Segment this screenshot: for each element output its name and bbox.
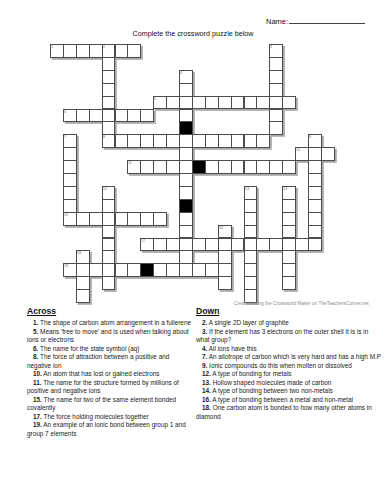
down-clue: 2. A single 2D layer of graphite [196, 319, 382, 328]
grid-cell[interactable] [269, 44, 283, 58]
grid-cell[interactable] [127, 263, 141, 277]
grid-cell[interactable] [127, 109, 141, 123]
black-cell [192, 160, 206, 174]
grid-cell[interactable] [295, 147, 309, 161]
grid-cell[interactable] [63, 44, 77, 58]
grid-cell[interactable] [179, 225, 193, 239]
grid-cell[interactable] [63, 212, 77, 226]
grid-cell[interactable] [89, 44, 103, 58]
grid-cell[interactable] [179, 173, 193, 187]
grid-cell[interactable] [256, 96, 270, 110]
grid-cell[interactable] [192, 96, 206, 110]
grid-cell[interactable] [179, 109, 193, 123]
across-clues-section: Across 1. The shape of carbon atom arran… [27, 306, 195, 438]
grid-cell[interactable] [192, 134, 206, 148]
grid-cell[interactable] [76, 263, 90, 277]
grid-cell[interactable] [218, 263, 232, 277]
across-clue: 11. The name for the structure formed by… [27, 379, 195, 396]
across-heading: Across [27, 306, 195, 316]
grid-cell[interactable] [63, 109, 77, 123]
grid-cell[interactable] [63, 160, 77, 174]
grid-cell[interactable] [50, 44, 64, 58]
black-cell [140, 263, 154, 277]
down-clue: 13. Hollow shaped molecules made of carb… [196, 379, 382, 388]
grid-cell[interactable] [282, 186, 296, 200]
grid-cell[interactable] [127, 44, 141, 58]
down-clue: 14. A type of bonding between two non-me… [196, 387, 382, 396]
grid-cell[interactable] [244, 263, 258, 277]
grid-cell[interactable] [282, 160, 296, 174]
grid-cell[interactable] [244, 250, 258, 264]
grid-cell[interactable] [179, 134, 193, 148]
grid-cell[interactable] [179, 238, 193, 252]
grid-cell[interactable] [308, 173, 322, 187]
down-clue: 9. Ionic compounds do this when molten o… [196, 362, 382, 371]
grid-cell[interactable] [205, 238, 219, 252]
down-clue: 3. If the element has 3 electrons on the… [196, 328, 382, 345]
grid-cell[interactable] [218, 160, 232, 174]
grid-cell[interactable] [231, 238, 245, 252]
grid-cell[interactable] [63, 199, 77, 213]
grid-cell[interactable] [102, 57, 116, 71]
grid-cell[interactable] [256, 238, 270, 252]
grid-cell[interactable] [115, 109, 129, 123]
grid-cell[interactable] [244, 276, 258, 290]
down-clue-number: 14. [202, 387, 211, 394]
grid-cell[interactable] [63, 173, 77, 187]
crossword-grid: 12345678910111213141516171819 [50, 44, 336, 304]
grid-cell[interactable] [153, 263, 167, 277]
grid-cell[interactable] [308, 160, 322, 174]
grid-cell[interactable] [205, 160, 219, 174]
across-clue-number: 1. [33, 319, 38, 326]
grid-cell[interactable] [102, 83, 116, 97]
grid-cell[interactable] [179, 212, 193, 226]
grid-cell[interactable] [89, 212, 103, 226]
grid-cell[interactable] [63, 134, 77, 148]
grid-cell[interactable] [244, 225, 258, 239]
grid-cell[interactable] [282, 96, 296, 110]
grid-cell[interactable] [205, 263, 219, 277]
grid-cell[interactable] [231, 96, 245, 110]
grid-cell[interactable] [308, 199, 322, 213]
grid-cell[interactable] [102, 263, 116, 277]
grid-cell[interactable] [295, 238, 309, 252]
grid-cell[interactable] [102, 238, 116, 252]
grid-cell[interactable] [256, 134, 270, 148]
grid-cell[interactable] [308, 147, 322, 161]
down-clue-number: 13. [202, 379, 211, 386]
grid-cell[interactable] [282, 212, 296, 226]
down-clue: 12. A type of bonding for metals [196, 370, 382, 379]
down-heading: Down [196, 306, 382, 316]
grid-cell[interactable] [89, 263, 103, 277]
across-clue: 8. The force of attraction between a pos… [27, 353, 195, 370]
grid-cell[interactable] [102, 199, 116, 213]
grid-cell[interactable] [102, 276, 116, 290]
grid-cell[interactable] [102, 250, 116, 264]
worksheet-page: { "game": "crossword", "header": { "name… [0, 0, 386, 500]
grid-cell[interactable] [308, 212, 322, 226]
grid-cell[interactable] [179, 250, 193, 264]
down-clues-section: Down 2. A single 2D layer of graphite3. … [196, 306, 382, 421]
down-clue-list: 2. A single 2D layer of graphite3. If th… [196, 319, 382, 421]
down-clue-number: 16. [202, 396, 211, 403]
grid-cell[interactable] [269, 238, 283, 252]
grid-cell[interactable] [244, 199, 258, 213]
grid-cell[interactable] [102, 212, 116, 226]
grid-cell[interactable] [102, 44, 116, 58]
grid-cell[interactable] [102, 134, 116, 148]
grid-cell[interactable] [76, 289, 90, 303]
down-clue-number: 7. [202, 353, 207, 360]
grid-cell[interactable] [166, 96, 180, 110]
across-clue-number: 10. [33, 370, 42, 377]
down-clue: 4. All ions have this [196, 345, 382, 354]
across-clue: 17. The force holding molecules together [27, 413, 195, 422]
grid-cell[interactable] [218, 134, 232, 148]
grid-cell[interactable] [244, 212, 258, 226]
across-clue-number: 17. [33, 413, 42, 420]
name-field[interactable]: Name: [266, 15, 365, 26]
grid-cell[interactable] [321, 147, 335, 161]
grid-cell[interactable] [166, 263, 180, 277]
across-clue: 5. Means 'free to move' and is used when… [27, 328, 195, 345]
grid-cell[interactable] [140, 134, 154, 148]
down-clue: 7. An allotrope of carbon which is very … [196, 353, 382, 362]
name-blank-line[interactable] [289, 15, 365, 24]
grid-cell[interactable] [153, 160, 167, 174]
grid-cell[interactable] [282, 250, 296, 264]
grid-cell[interactable] [269, 121, 283, 135]
grid-cell[interactable] [89, 109, 103, 123]
grid-cell[interactable] [269, 57, 283, 71]
grid-cell[interactable] [115, 263, 129, 277]
grid-cell[interactable] [76, 250, 90, 264]
grid-cell[interactable] [179, 186, 193, 200]
grid-cell[interactable] [282, 238, 296, 252]
grid-cell[interactable] [63, 263, 77, 277]
grid-cell[interactable] [63, 147, 77, 161]
down-clue-number: 12. [202, 370, 211, 377]
grid-cell[interactable] [115, 44, 129, 58]
grid-cell[interactable] [218, 250, 232, 264]
grid-cell[interactable] [244, 160, 258, 174]
grid-cell[interactable] [269, 70, 283, 84]
grid-cell[interactable] [179, 70, 193, 84]
page-title: Complete the crossword puzzle below [0, 29, 386, 38]
grid-cell[interactable] [153, 134, 167, 148]
grid-cell[interactable] [282, 199, 296, 213]
grid-cell[interactable] [153, 212, 167, 226]
down-clue-number: 2. [202, 319, 207, 326]
grid-cell[interactable] [218, 225, 232, 239]
grid-cell[interactable] [256, 160, 270, 174]
across-clue: 1. The shape of carbon atom arrangement … [27, 319, 195, 328]
grid-cell[interactable] [76, 212, 90, 226]
across-clue: 6. The name for the state symbol (aq) [27, 345, 195, 354]
grid-cell[interactable] [127, 160, 141, 174]
across-clue-list: 1. The shape of carbon atom arrangement … [27, 319, 195, 438]
grid-cell[interactable] [153, 238, 167, 252]
grid-cell[interactable] [218, 276, 232, 290]
across-clue-number: 5. [33, 328, 38, 335]
grid-cell[interactable] [179, 160, 193, 174]
grid-cell[interactable] [308, 186, 322, 200]
grid-cell[interactable] [166, 134, 180, 148]
grid-cell[interactable] [127, 212, 141, 226]
down-clue-number: 3. [202, 328, 207, 335]
down-clue-number: 9. [202, 362, 207, 369]
grid-cell[interactable] [102, 109, 116, 123]
grid-cell[interactable] [102, 121, 116, 135]
grid-cell[interactable] [282, 276, 296, 290]
grid-cell[interactable] [179, 263, 193, 277]
grid-cell[interactable] [244, 134, 258, 148]
across-clue: 15. The name for two of the same element… [27, 396, 195, 413]
grid-cell[interactable] [269, 96, 283, 110]
across-clue-number: 6. [33, 345, 38, 352]
grid-cell[interactable] [269, 160, 283, 174]
grid-cell[interactable] [179, 83, 193, 97]
black-cell [179, 121, 193, 135]
grid-cell[interactable] [244, 238, 258, 252]
grid-cell[interactable] [269, 83, 283, 97]
grid-cell[interactable] [140, 109, 154, 123]
grid-cell[interactable] [76, 44, 90, 58]
grid-cell[interactable] [102, 225, 116, 239]
across-clue-number: 19. [33, 421, 42, 428]
grid-cell[interactable] [63, 186, 77, 200]
grid-cell[interactable] [244, 186, 258, 200]
across-clue-number: 15. [33, 396, 42, 403]
grid-cell[interactable] [205, 134, 219, 148]
grid-cell[interactable] [153, 96, 167, 110]
grid-cell[interactable] [179, 96, 193, 110]
grid-cell[interactable] [140, 160, 154, 174]
grid-cell[interactable] [179, 147, 193, 161]
down-clue: 18. One carbon atom is bonded to how man… [196, 404, 382, 421]
grid-cell[interactable] [218, 238, 232, 252]
grid-cell[interactable] [231, 160, 245, 174]
grid-cell[interactable] [102, 186, 116, 200]
grid-cell[interactable] [282, 263, 296, 277]
grid-cell[interactable] [115, 212, 129, 226]
grid-cell[interactable] [192, 238, 206, 252]
grid-cell[interactable] [102, 96, 116, 110]
grid-cell[interactable] [76, 276, 90, 290]
grid-cell[interactable] [192, 263, 206, 277]
down-clue-number: 18. [202, 404, 211, 411]
grid-cell[interactable] [140, 238, 154, 252]
grid-cell[interactable] [127, 134, 141, 148]
grid-cell[interactable] [244, 96, 258, 110]
across-clue-number: 8. [33, 353, 38, 360]
down-clue: 16. A type of bonding between a metal an… [196, 396, 382, 405]
grid-cell[interactable] [308, 238, 322, 252]
grid-cell[interactable] [166, 160, 180, 174]
grid-cell[interactable] [282, 225, 296, 239]
grid-cell[interactable] [102, 70, 116, 84]
grid-cell[interactable] [308, 225, 322, 239]
grid-cell[interactable] [308, 134, 322, 148]
across-clue-number: 11. [33, 379, 42, 386]
grid-cell[interactable] [115, 134, 129, 148]
grid-cell[interactable] [205, 96, 219, 110]
grid-cell[interactable] [269, 109, 283, 123]
black-cell [179, 199, 193, 213]
across-clue: 19. An example of an ionic bond between … [27, 421, 195, 438]
name-label: Name: [266, 17, 288, 26]
grid-cell[interactable] [140, 212, 154, 226]
grid-cell[interactable] [231, 134, 245, 148]
grid-cell[interactable] [76, 109, 90, 123]
grid-cell[interactable] [218, 96, 232, 110]
grid-cell[interactable] [166, 238, 180, 252]
down-clue-number: 4. [202, 345, 207, 352]
across-clue: 10. An atom that has lost or gained elec… [27, 370, 195, 379]
